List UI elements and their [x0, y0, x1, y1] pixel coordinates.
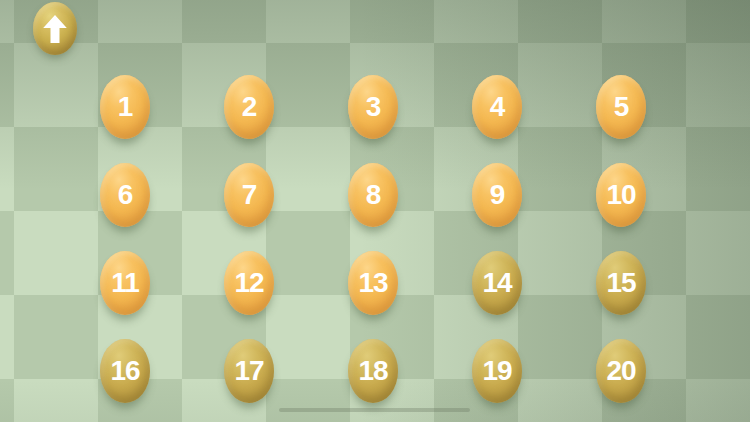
level-button-10[interactable]: 10 — [596, 163, 646, 227]
level-button-9[interactable]: 9 — [472, 163, 522, 227]
back-button[interactable] — [33, 2, 77, 55]
level-button-2[interactable]: 2 — [224, 75, 274, 139]
level-button-20[interactable]: 20 — [596, 339, 646, 403]
level-button-15[interactable]: 15 — [596, 251, 646, 315]
level-button-11[interactable]: 11 — [100, 251, 150, 315]
level-button-12[interactable]: 12 — [224, 251, 274, 315]
level-button-6[interactable]: 6 — [100, 163, 150, 227]
level-grid: 1 2 3 4 5 6 7 8 9 10 11 12 13 14 15 16 1… — [100, 75, 646, 403]
level-button-1[interactable]: 1 — [100, 75, 150, 139]
level-button-4[interactable]: 4 — [472, 75, 522, 139]
level-button-19[interactable]: 19 — [472, 339, 522, 403]
level-button-8[interactable]: 8 — [348, 163, 398, 227]
checkerboard-background: 1 2 3 4 5 6 7 8 9 10 11 12 13 14 15 16 1… — [0, 0, 750, 422]
level-button-5[interactable]: 5 — [596, 75, 646, 139]
scroll-indicator[interactable] — [279, 408, 470, 412]
up-arrow-icon — [42, 14, 68, 44]
level-button-16[interactable]: 16 — [100, 339, 150, 403]
level-button-3[interactable]: 3 — [348, 75, 398, 139]
level-button-13[interactable]: 13 — [348, 251, 398, 315]
level-button-7[interactable]: 7 — [224, 163, 274, 227]
level-button-14[interactable]: 14 — [472, 251, 522, 315]
level-button-18[interactable]: 18 — [348, 339, 398, 403]
level-button-17[interactable]: 17 — [224, 339, 274, 403]
